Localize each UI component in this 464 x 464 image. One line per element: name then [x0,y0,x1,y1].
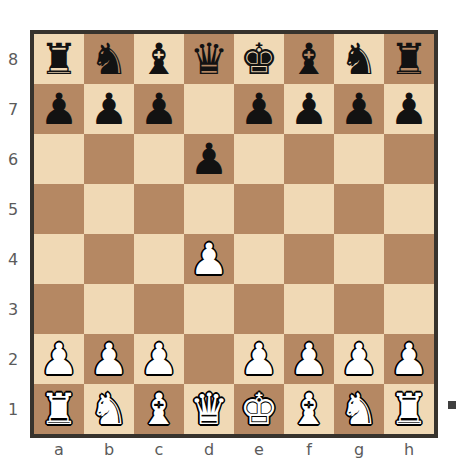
piece-white-rook[interactable]: ♜ [40,384,79,434]
file-label-f: f [284,436,334,462]
square-e3[interactable] [234,284,284,334]
square-e8[interactable]: ♚ [234,34,284,84]
square-c5[interactable] [134,184,184,234]
square-h2[interactable]: ♟ [384,334,434,384]
piece-white-knight[interactable]: ♞ [90,384,129,434]
square-h5[interactable] [384,184,434,234]
square-g8[interactable]: ♞ [334,34,384,84]
square-b1[interactable]: ♞ [84,384,134,434]
square-e1[interactable]: ♚ [234,384,284,434]
piece-white-pawn[interactable]: ♟ [290,334,329,384]
square-d7[interactable] [184,84,234,134]
piece-black-pawn[interactable]: ♟ [90,84,129,134]
square-c7[interactable]: ♟ [134,84,184,134]
rank-label-4: 4 [0,234,26,284]
square-e2[interactable]: ♟ [234,334,284,384]
rank-label-6: 6 [0,134,26,184]
square-c8[interactable]: ♝ [134,34,184,84]
file-label-g: g [334,436,384,462]
square-h6[interactable] [384,134,434,184]
square-g5[interactable] [334,184,384,234]
piece-white-pawn[interactable]: ♟ [190,234,229,284]
rank-label-7: 7 [0,84,26,134]
piece-white-bishop[interactable]: ♝ [140,384,179,434]
piece-black-pawn[interactable]: ♟ [140,84,179,134]
square-d5[interactable] [184,184,234,234]
square-g1[interactable]: ♞ [334,384,384,434]
piece-black-knight[interactable]: ♞ [340,34,379,84]
square-b2[interactable]: ♟ [84,334,134,384]
board: ♜♞♝♛♚♝♞♜♟♟♟♟♟♟♟♟♟♟♟♟♟♟♟♟♜♞♝♛♚♝♞♜ [30,30,438,438]
piece-black-knight[interactable]: ♞ [90,34,129,84]
square-f5[interactable] [284,184,334,234]
square-g3[interactable] [334,284,384,334]
square-f8[interactable]: ♝ [284,34,334,84]
piece-black-pawn[interactable]: ♟ [340,84,379,134]
piece-black-pawn[interactable]: ♟ [40,84,79,134]
square-g4[interactable] [334,234,384,284]
piece-white-queen[interactable]: ♛ [190,384,229,434]
square-a2[interactable]: ♟ [34,334,84,384]
square-c1[interactable]: ♝ [134,384,184,434]
piece-black-pawn[interactable]: ♟ [290,84,329,134]
square-b8[interactable]: ♞ [84,34,134,84]
square-c6[interactable] [134,134,184,184]
file-label-e: e [234,436,284,462]
square-c2[interactable]: ♟ [134,334,184,384]
square-a7[interactable]: ♟ [34,84,84,134]
file-label-b: b [84,436,134,462]
square-f6[interactable] [284,134,334,184]
piece-black-queen[interactable]: ♛ [190,34,229,84]
piece-white-pawn[interactable]: ♟ [240,334,279,384]
square-h8[interactable]: ♜ [384,34,434,84]
square-f7[interactable]: ♟ [284,84,334,134]
square-a8[interactable]: ♜ [34,34,84,84]
square-e5[interactable] [234,184,284,234]
square-g6[interactable] [334,134,384,184]
square-h1[interactable]: ♜ [384,384,434,434]
piece-black-rook[interactable]: ♜ [390,34,429,84]
piece-black-rook[interactable]: ♜ [40,34,79,84]
square-a5[interactable] [34,184,84,234]
piece-white-king[interactable]: ♚ [240,384,279,434]
rank-label-2: 2 [0,334,26,384]
square-d4[interactable]: ♟ [184,234,234,284]
square-a4[interactable] [34,234,84,284]
square-c3[interactable] [134,284,184,334]
chess-app-stage: 87654321 ♜♞♝♛♚♝♞♜♟♟♟♟♟♟♟♟♟♟♟♟♟♟♟♟♜♞♝♛♚♝♞… [0,0,464,464]
square-b3[interactable] [84,284,134,334]
square-b5[interactable] [84,184,134,234]
square-d3[interactable] [184,284,234,334]
square-h4[interactable] [384,234,434,284]
piece-black-pawn[interactable]: ♟ [240,84,279,134]
square-a3[interactable] [34,284,84,334]
file-label-a: a [34,436,84,462]
square-a6[interactable] [34,134,84,184]
piece-black-king[interactable]: ♚ [240,34,279,84]
rank-labels: 87654321 [0,34,26,434]
square-h3[interactable] [384,284,434,334]
file-label-d: d [184,436,234,462]
square-f4[interactable] [284,234,334,284]
rank-label-8: 8 [0,34,26,84]
square-b7[interactable]: ♟ [84,84,134,134]
square-d1[interactable]: ♛ [184,384,234,434]
square-d6[interactable]: ♟ [184,134,234,184]
piece-white-pawn[interactable]: ♟ [140,334,179,384]
file-label-h: h [384,436,434,462]
piece-black-pawn[interactable]: ♟ [190,134,229,184]
piece-white-knight[interactable]: ♞ [340,384,379,434]
piece-white-rook[interactable]: ♜ [390,384,429,434]
square-g2[interactable]: ♟ [334,334,384,384]
square-b6[interactable] [84,134,134,184]
piece-white-pawn[interactable]: ♟ [340,334,379,384]
rank-label-1: 1 [0,384,26,434]
square-f2[interactable]: ♟ [284,334,334,384]
rank-label-3: 3 [0,284,26,334]
piece-white-pawn[interactable]: ♟ [90,334,129,384]
square-c4[interactable] [134,234,184,284]
square-e7[interactable]: ♟ [234,84,284,134]
square-a1[interactable]: ♜ [34,384,84,434]
square-d2[interactable] [184,334,234,384]
turn-indicator [448,401,456,409]
square-f1[interactable]: ♝ [284,384,334,434]
piece-white-pawn[interactable]: ♟ [40,334,79,384]
piece-black-pawn[interactable]: ♟ [390,84,429,134]
square-g7[interactable]: ♟ [334,84,384,134]
piece-black-bishop[interactable]: ♝ [290,34,329,84]
file-label-c: c [134,436,184,462]
piece-black-bishop[interactable]: ♝ [140,34,179,84]
square-d8[interactable]: ♛ [184,34,234,84]
square-e6[interactable] [234,134,284,184]
file-labels: abcdefgh [34,436,434,462]
square-b4[interactable] [84,234,134,284]
square-e4[interactable] [234,234,284,284]
square-h7[interactable]: ♟ [384,84,434,134]
piece-white-pawn[interactable]: ♟ [390,334,429,384]
square-f3[interactable] [284,284,334,334]
piece-white-bishop[interactable]: ♝ [290,384,329,434]
rank-label-5: 5 [0,184,26,234]
